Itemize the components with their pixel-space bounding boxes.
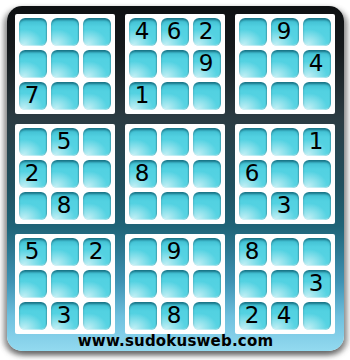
cell-r3c9[interactable] bbox=[303, 82, 331, 110]
cell-r5c5[interactable] bbox=[161, 160, 189, 188]
cell-r9c2[interactable]: 3 bbox=[51, 302, 79, 330]
given-digit: 9 bbox=[277, 20, 292, 43]
site-url-text: www.sudokusweb.com bbox=[7, 332, 344, 350]
cell-r3c4[interactable]: 1 bbox=[129, 82, 157, 110]
cell-r5c1[interactable]: 2 bbox=[19, 160, 47, 188]
given-digit: 2 bbox=[89, 240, 104, 263]
cell-r7c5[interactable]: 9 bbox=[161, 238, 189, 266]
given-digit: 1 bbox=[135, 84, 150, 107]
given-digit: 1 bbox=[309, 130, 324, 153]
given-digit: 4 bbox=[135, 20, 150, 43]
box-3-2: 98 bbox=[125, 234, 225, 334]
cell-r1c1[interactable] bbox=[19, 18, 47, 46]
cell-r1c3[interactable] bbox=[83, 18, 111, 46]
cell-r7c4[interactable] bbox=[129, 238, 157, 266]
cell-r3c7[interactable] bbox=[239, 82, 267, 110]
cell-r1c5[interactable]: 6 bbox=[161, 18, 189, 46]
cell-r2c6[interactable]: 9 bbox=[193, 50, 221, 78]
box-3-1: 523 bbox=[15, 234, 115, 334]
box-3-3: 8324 bbox=[235, 234, 335, 334]
cell-r4c3[interactable] bbox=[83, 128, 111, 156]
cell-r9c6[interactable] bbox=[193, 302, 221, 330]
cell-r1c8[interactable]: 9 bbox=[271, 18, 299, 46]
given-digit: 5 bbox=[57, 130, 72, 153]
given-digit: 8 bbox=[245, 240, 260, 263]
cell-r4c7[interactable] bbox=[239, 128, 267, 156]
cell-r5c4[interactable]: 8 bbox=[129, 160, 157, 188]
cell-r7c8[interactable] bbox=[271, 238, 299, 266]
given-digit: 6 bbox=[167, 20, 182, 43]
cell-r8c9[interactable]: 3 bbox=[303, 270, 331, 298]
cell-r8c6[interactable] bbox=[193, 270, 221, 298]
cell-r2c2[interactable] bbox=[51, 50, 79, 78]
box-1-2: 46291 bbox=[125, 14, 225, 114]
board-frame: 746291945288163523988324 www.sudokusweb.… bbox=[7, 6, 344, 351]
given-digit: 5 bbox=[25, 240, 40, 263]
cell-r1c7[interactable] bbox=[239, 18, 267, 46]
cell-r5c7[interactable]: 6 bbox=[239, 160, 267, 188]
box-1-1: 7 bbox=[15, 14, 115, 114]
cell-r1c2[interactable] bbox=[51, 18, 79, 46]
cell-r1c9[interactable] bbox=[303, 18, 331, 46]
cell-r7c2[interactable] bbox=[51, 238, 79, 266]
cell-r6c1[interactable] bbox=[19, 192, 47, 220]
box-2-3: 163 bbox=[235, 124, 335, 224]
cell-r3c6[interactable] bbox=[193, 82, 221, 110]
box-2-1: 528 bbox=[15, 124, 115, 224]
cell-r2c3[interactable] bbox=[83, 50, 111, 78]
cell-r6c4[interactable] bbox=[129, 192, 157, 220]
cell-r5c9[interactable] bbox=[303, 160, 331, 188]
cell-r7c3[interactable]: 2 bbox=[83, 238, 111, 266]
cell-r8c5[interactable] bbox=[161, 270, 189, 298]
cell-r9c3[interactable] bbox=[83, 302, 111, 330]
cell-r8c3[interactable] bbox=[83, 270, 111, 298]
cell-r9c7[interactable]: 2 bbox=[239, 302, 267, 330]
given-digit: 3 bbox=[57, 304, 72, 327]
cell-r9c5[interactable]: 8 bbox=[161, 302, 189, 330]
cell-r4c4[interactable] bbox=[129, 128, 157, 156]
cell-r9c8[interactable]: 4 bbox=[271, 302, 299, 330]
cell-r9c4[interactable] bbox=[129, 302, 157, 330]
cell-r1c6[interactable]: 2 bbox=[193, 18, 221, 46]
given-digit: 6 bbox=[245, 162, 260, 185]
cell-r1c4[interactable]: 4 bbox=[129, 18, 157, 46]
given-digit: 3 bbox=[309, 272, 324, 295]
cell-r4c5[interactable] bbox=[161, 128, 189, 156]
given-digit: 8 bbox=[135, 162, 150, 185]
cell-r4c9[interactable]: 1 bbox=[303, 128, 331, 156]
cell-r8c4[interactable] bbox=[129, 270, 157, 298]
cell-r6c6[interactable] bbox=[193, 192, 221, 220]
box-1-3: 94 bbox=[235, 14, 335, 114]
cell-r8c1[interactable] bbox=[19, 270, 47, 298]
cell-r2c9[interactable]: 4 bbox=[303, 50, 331, 78]
board: 746291945288163523988324 bbox=[15, 14, 335, 334]
cell-r6c7[interactable] bbox=[239, 192, 267, 220]
cell-r3c3[interactable] bbox=[83, 82, 111, 110]
given-digit: 7 bbox=[25, 84, 40, 107]
cell-r3c2[interactable] bbox=[51, 82, 79, 110]
given-digit: 8 bbox=[167, 304, 182, 327]
cell-r6c2[interactable]: 8 bbox=[51, 192, 79, 220]
given-digit: 9 bbox=[167, 240, 182, 263]
cell-r6c3[interactable] bbox=[83, 192, 111, 220]
cell-r6c8[interactable]: 3 bbox=[271, 192, 299, 220]
given-digit: 2 bbox=[199, 20, 214, 43]
cell-r3c5[interactable] bbox=[161, 82, 189, 110]
cell-r4c2[interactable]: 5 bbox=[51, 128, 79, 156]
cell-r2c7[interactable] bbox=[239, 50, 267, 78]
cell-r4c8[interactable] bbox=[271, 128, 299, 156]
given-digit: 8 bbox=[57, 194, 72, 217]
cell-r7c7[interactable]: 8 bbox=[239, 238, 267, 266]
cell-r8c2[interactable] bbox=[51, 270, 79, 298]
cell-r8c7[interactable] bbox=[239, 270, 267, 298]
cell-r3c8[interactable] bbox=[271, 82, 299, 110]
cell-r6c9[interactable] bbox=[303, 192, 331, 220]
cell-r9c1[interactable] bbox=[19, 302, 47, 330]
cell-r4c1[interactable] bbox=[19, 128, 47, 156]
given-digit: 2 bbox=[245, 304, 260, 327]
cell-r4c6[interactable] bbox=[193, 128, 221, 156]
given-digit: 9 bbox=[199, 52, 214, 75]
cell-r2c5[interactable] bbox=[161, 50, 189, 78]
cell-r2c4[interactable] bbox=[129, 50, 157, 78]
cell-r7c9[interactable] bbox=[303, 238, 331, 266]
cell-r9c9[interactable] bbox=[303, 302, 331, 330]
given-digit: 4 bbox=[309, 52, 324, 75]
given-digit: 3 bbox=[277, 194, 292, 217]
cell-r8c8[interactable] bbox=[271, 270, 299, 298]
cell-r7c1[interactable]: 5 bbox=[19, 238, 47, 266]
cell-r2c1[interactable] bbox=[19, 50, 47, 78]
cell-r3c1[interactable]: 7 bbox=[19, 82, 47, 110]
box-2-2: 8 bbox=[125, 124, 225, 224]
cell-r5c2[interactable] bbox=[51, 160, 79, 188]
cell-r6c5[interactable] bbox=[161, 192, 189, 220]
cell-r2c8[interactable] bbox=[271, 50, 299, 78]
given-digit: 4 bbox=[277, 304, 292, 327]
given-digit: 2 bbox=[25, 162, 40, 185]
cell-r5c6[interactable] bbox=[193, 160, 221, 188]
sudoku-page: 746291945288163523988324 www.sudokusweb.… bbox=[0, 0, 350, 360]
cell-r5c3[interactable] bbox=[83, 160, 111, 188]
cell-r5c8[interactable] bbox=[271, 160, 299, 188]
cell-r7c6[interactable] bbox=[193, 238, 221, 266]
